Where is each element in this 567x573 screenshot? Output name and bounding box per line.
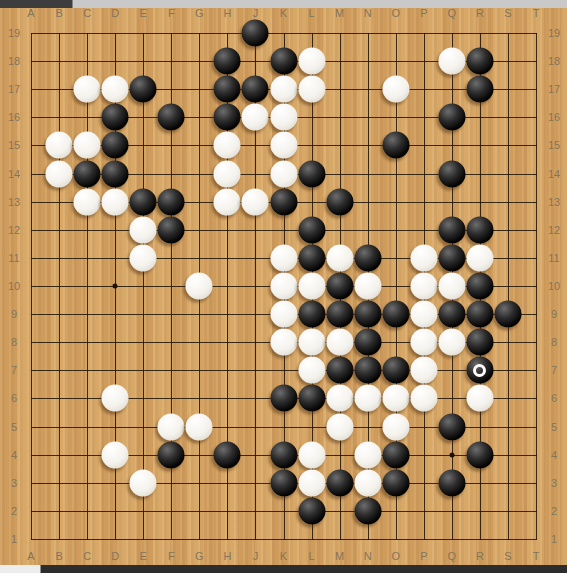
black-stone[interactable] [354, 497, 381, 524]
white-stone[interactable] [270, 301, 297, 328]
black-stone[interactable] [326, 188, 353, 215]
white-stone[interactable] [270, 76, 297, 103]
black-stone[interactable] [214, 441, 241, 468]
black-stone[interactable] [354, 301, 381, 328]
white-stone[interactable] [74, 76, 101, 103]
white-stone[interactable] [410, 357, 437, 384]
white-stone[interactable] [130, 244, 157, 271]
black-stone[interactable] [438, 244, 465, 271]
row-label-right: 11 [548, 252, 559, 263]
row-label-left: 2 [11, 505, 17, 516]
white-stone[interactable] [214, 160, 241, 187]
white-stone[interactable] [102, 188, 129, 215]
row-label-left: 15 [8, 140, 20, 151]
white-stone[interactable] [270, 272, 297, 299]
column-label-top: R [476, 8, 484, 19]
white-stone[interactable] [410, 385, 437, 412]
white-stone[interactable] [382, 413, 409, 440]
white-stone[interactable] [354, 441, 381, 468]
column-label-top: M [335, 8, 344, 19]
column-label-top: S [504, 8, 511, 19]
white-stone[interactable] [298, 329, 325, 356]
white-stone[interactable] [214, 188, 241, 215]
row-label-right: 12 [548, 224, 560, 235]
window-chrome-bottom [0, 565, 567, 573]
black-stone[interactable] [270, 441, 297, 468]
black-stone[interactable] [298, 160, 325, 187]
black-stone[interactable] [438, 301, 465, 328]
black-stone[interactable] [466, 329, 493, 356]
column-label-top: Q [448, 8, 457, 19]
white-stone[interactable] [242, 104, 269, 131]
black-stone[interactable] [270, 469, 297, 496]
column-label-bottom: L [309, 550, 315, 561]
white-stone[interactable] [46, 160, 73, 187]
row-label-right: 19 [548, 28, 560, 39]
white-stone[interactable] [326, 329, 353, 356]
white-stone[interactable] [410, 301, 437, 328]
grid-line-vertical [508, 33, 509, 540]
white-stone[interactable] [242, 188, 269, 215]
row-label-left: 17 [8, 84, 20, 95]
row-label-right: 15 [548, 140, 560, 151]
column-label-bottom: G [195, 550, 204, 561]
black-stone[interactable] [298, 216, 325, 243]
black-stone[interactable] [466, 357, 493, 384]
last-move-marker [473, 364, 486, 377]
white-stone[interactable] [298, 441, 325, 468]
white-stone[interactable] [382, 385, 409, 412]
column-label-bottom: K [280, 550, 287, 561]
row-label-left: 6 [11, 393, 17, 404]
column-label-top: F [168, 8, 175, 19]
black-stone[interactable] [326, 272, 353, 299]
white-stone[interactable] [298, 48, 325, 75]
white-stone[interactable] [438, 272, 465, 299]
row-label-left: 18 [8, 56, 20, 67]
black-stone[interactable] [382, 441, 409, 468]
column-label-bottom: C [83, 550, 91, 561]
black-stone[interactable] [382, 469, 409, 496]
column-label-bottom: R [476, 550, 484, 561]
black-stone[interactable] [438, 216, 465, 243]
black-stone[interactable] [158, 188, 185, 215]
white-stone[interactable] [382, 76, 409, 103]
white-stone[interactable] [410, 244, 437, 271]
column-label-top: L [309, 8, 315, 19]
row-label-left: 4 [11, 449, 17, 460]
black-stone[interactable] [326, 357, 353, 384]
row-label-right: 4 [551, 449, 557, 460]
column-label-bottom: T [533, 550, 540, 561]
row-label-right: 13 [548, 196, 560, 207]
white-stone[interactable] [438, 329, 465, 356]
black-stone[interactable] [298, 497, 325, 524]
black-stone[interactable] [466, 301, 493, 328]
row-label-right: 17 [548, 84, 560, 95]
column-label-top: N [364, 8, 372, 19]
column-label-bottom: S [504, 550, 511, 561]
black-stone[interactable] [102, 132, 129, 159]
black-stone[interactable] [158, 216, 185, 243]
row-label-right: 8 [551, 337, 557, 348]
black-stone[interactable] [382, 301, 409, 328]
column-label-bottom: F [168, 550, 175, 561]
black-stone[interactable] [158, 104, 185, 131]
column-label-top: E [140, 8, 147, 19]
white-stone[interactable] [270, 329, 297, 356]
window-chrome-top [0, 0, 567, 8]
black-stone[interactable] [102, 160, 129, 187]
white-stone[interactable] [410, 272, 437, 299]
white-stone[interactable] [270, 104, 297, 131]
black-stone[interactable] [158, 441, 185, 468]
column-label-bottom: P [420, 550, 427, 561]
white-stone[interactable] [298, 357, 325, 384]
white-stone[interactable] [130, 216, 157, 243]
white-stone[interactable] [158, 413, 185, 440]
white-stone[interactable] [46, 132, 73, 159]
column-label-top: O [391, 8, 400, 19]
black-stone[interactable] [466, 441, 493, 468]
white-stone[interactable] [326, 385, 353, 412]
grid-line-horizontal [31, 539, 537, 540]
black-stone[interactable] [130, 188, 157, 215]
row-label-right: 3 [551, 477, 557, 488]
column-label-bottom: B [55, 550, 62, 561]
row-label-right: 16 [548, 112, 560, 123]
white-stone[interactable] [74, 188, 101, 215]
black-stone[interactable] [438, 469, 465, 496]
row-label-left: 5 [11, 421, 17, 432]
black-stone[interactable] [354, 329, 381, 356]
black-stone[interactable] [298, 385, 325, 412]
column-label-bottom: Q [448, 550, 457, 561]
white-stone[interactable] [326, 244, 353, 271]
row-label-left: 3 [11, 477, 17, 488]
row-label-right: 2 [551, 505, 557, 516]
column-label-top: C [83, 8, 91, 19]
black-stone[interactable] [354, 244, 381, 271]
white-stone[interactable] [410, 329, 437, 356]
black-stone[interactable] [438, 160, 465, 187]
white-stone[interactable] [270, 160, 297, 187]
black-stone[interactable] [242, 76, 269, 103]
row-label-left: 1 [11, 533, 17, 544]
black-stone[interactable] [214, 76, 241, 103]
row-label-left: 16 [8, 112, 20, 123]
column-label-bottom: N [364, 550, 372, 561]
white-stone[interactable] [466, 385, 493, 412]
column-label-top: H [223, 8, 231, 19]
black-stone[interactable] [382, 357, 409, 384]
black-stone[interactable] [214, 48, 241, 75]
white-stone[interactable] [186, 413, 213, 440]
row-label-left: 7 [11, 365, 17, 376]
row-label-left: 13 [8, 196, 20, 207]
column-label-bottom: J [253, 550, 259, 561]
white-stone[interactable] [102, 385, 129, 412]
white-stone[interactable] [354, 469, 381, 496]
black-stone[interactable] [270, 188, 297, 215]
white-stone[interactable] [130, 469, 157, 496]
black-stone[interactable] [438, 104, 465, 131]
column-label-top: G [195, 8, 204, 19]
black-stone[interactable] [495, 301, 522, 328]
black-stone[interactable] [382, 132, 409, 159]
row-label-right: 14 [548, 168, 560, 179]
row-label-left: 11 [8, 252, 19, 263]
column-label-bottom: O [391, 550, 400, 561]
white-stone[interactable] [214, 132, 241, 159]
black-stone[interactable] [130, 76, 157, 103]
column-label-top: D [111, 8, 119, 19]
column-label-bottom: H [223, 550, 231, 561]
row-label-right: 7 [551, 365, 557, 376]
black-stone[interactable] [438, 413, 465, 440]
white-stone[interactable] [438, 48, 465, 75]
row-label-right: 9 [551, 309, 557, 320]
grid-line-vertical [536, 33, 537, 540]
column-label-top: T [533, 8, 540, 19]
row-label-right: 1 [551, 533, 557, 544]
column-label-top: K [280, 8, 287, 19]
column-label-bottom: D [111, 550, 119, 561]
black-stone[interactable] [326, 301, 353, 328]
white-stone[interactable] [298, 469, 325, 496]
white-stone[interactable] [354, 385, 381, 412]
column-label-bottom: E [140, 550, 147, 561]
column-label-bottom: A [27, 550, 34, 561]
black-stone[interactable] [298, 244, 325, 271]
white-stone[interactable] [102, 76, 129, 103]
row-label-left: 14 [8, 168, 20, 179]
row-label-right: 5 [551, 421, 557, 432]
black-stone[interactable] [466, 48, 493, 75]
white-stone[interactable] [326, 413, 353, 440]
row-label-left: 19 [8, 28, 20, 39]
black-stone[interactable] [242, 20, 269, 47]
hoshi-point [113, 283, 118, 288]
column-label-top: A [27, 8, 34, 19]
black-stone[interactable] [102, 104, 129, 131]
white-stone[interactable] [270, 132, 297, 159]
grid-line-horizontal [31, 511, 537, 512]
column-label-top: P [420, 8, 427, 19]
white-stone[interactable] [102, 441, 129, 468]
white-stone[interactable] [74, 132, 101, 159]
black-stone[interactable] [74, 160, 101, 187]
black-stone[interactable] [354, 357, 381, 384]
hoshi-point [449, 452, 454, 457]
row-label-left: 10 [8, 280, 20, 291]
white-stone[interactable] [298, 76, 325, 103]
black-stone[interactable] [466, 272, 493, 299]
grid-line-horizontal [31, 370, 537, 371]
go-board[interactable]: AABBCCDDEEFFGGHHJJKKLLMMNNOOPPQQRRSSTT19… [0, 8, 567, 565]
white-stone[interactable] [270, 244, 297, 271]
go-app-window: AABBCCDDEEFFGGHHJJKKLLMMNNOOPPQQRRSSTT19… [0, 0, 567, 573]
row-label-right: 10 [548, 280, 560, 291]
black-stone[interactable] [270, 385, 297, 412]
white-stone[interactable] [186, 272, 213, 299]
black-stone[interactable] [466, 76, 493, 103]
row-label-left: 8 [11, 337, 17, 348]
black-stone[interactable] [214, 104, 241, 131]
black-stone[interactable] [326, 469, 353, 496]
column-label-top: J [253, 8, 259, 19]
black-stone[interactable] [298, 301, 325, 328]
row-label-right: 6 [551, 393, 557, 404]
column-label-top: B [55, 8, 62, 19]
white-stone[interactable] [298, 272, 325, 299]
row-label-right: 18 [548, 56, 560, 67]
white-stone[interactable] [466, 244, 493, 271]
black-stone[interactable] [466, 216, 493, 243]
row-label-left: 9 [11, 309, 17, 320]
white-stone[interactable] [354, 272, 381, 299]
black-stone[interactable] [270, 48, 297, 75]
row-label-left: 12 [8, 224, 20, 235]
column-label-bottom: M [335, 550, 344, 561]
